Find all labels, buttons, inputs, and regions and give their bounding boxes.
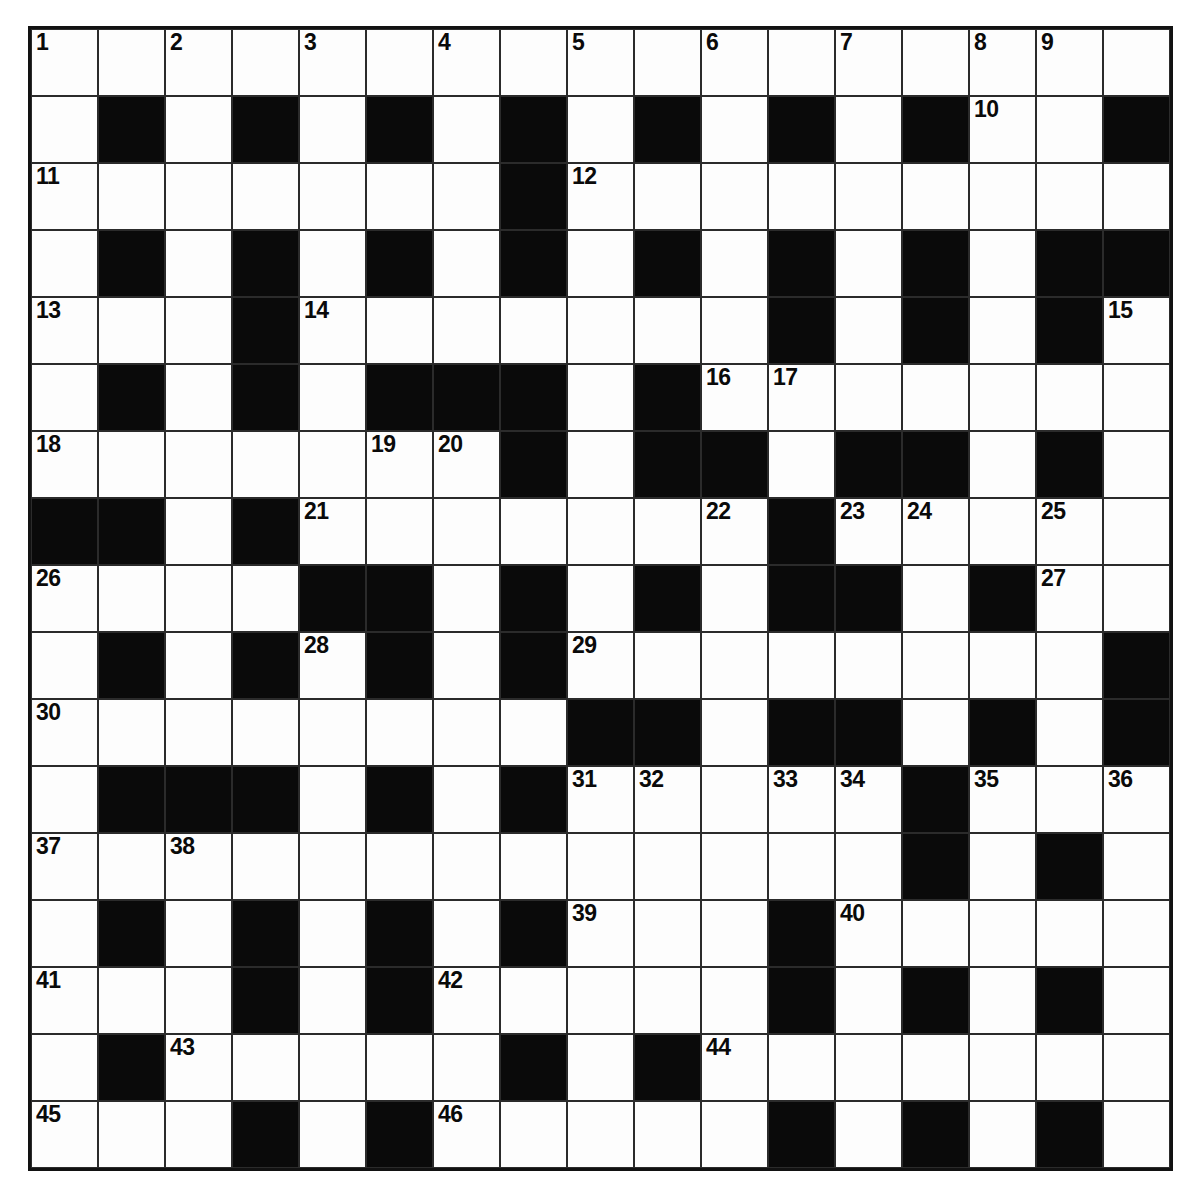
clue-number-10: 10 <box>974 97 999 122</box>
cell-r14c16[interactable] <box>1036 900 1103 967</box>
cell-r1c10[interactable] <box>634 29 701 96</box>
black-cell-r2c17 <box>1103 96 1170 163</box>
cell-r12c5[interactable] <box>299 766 366 833</box>
cell-r1c12[interactable] <box>768 29 835 96</box>
cell-r15c2[interactable] <box>98 967 165 1034</box>
cell-r1c16[interactable]: 9 <box>1036 29 1103 96</box>
black-cell-r10c2 <box>98 632 165 699</box>
black-cell-r13c14 <box>902 833 969 900</box>
cell-r1c1[interactable]: 1 <box>31 29 98 96</box>
cell-r8c6[interactable] <box>366 498 433 565</box>
cell-r5c15[interactable] <box>969 297 1036 364</box>
clue-number-38: 38 <box>170 834 195 859</box>
clue-number-7: 7 <box>840 30 852 55</box>
clue-number-43: 43 <box>170 1035 195 1060</box>
cell-r1c3[interactable]: 2 <box>165 29 232 96</box>
clue-number-2: 2 <box>170 30 182 55</box>
cell-r16c14[interactable] <box>902 1034 969 1101</box>
black-cell-r12c2 <box>98 766 165 833</box>
black-cell-r7c10 <box>634 431 701 498</box>
cell-r13c5[interactable] <box>299 833 366 900</box>
cell-r7c1[interactable]: 18 <box>31 431 98 498</box>
black-cell-r6c6 <box>366 364 433 431</box>
cell-r10c5[interactable]: 28 <box>299 632 366 699</box>
cell-r3c3[interactable] <box>165 163 232 230</box>
cell-r5c6[interactable] <box>366 297 433 364</box>
cell-r9c11[interactable] <box>701 565 768 632</box>
cell-r3c5[interactable] <box>299 163 366 230</box>
cell-r8c15[interactable] <box>969 498 1036 565</box>
cell-r10c14[interactable] <box>902 632 969 699</box>
cell-r3c14[interactable] <box>902 163 969 230</box>
clue-number-40: 40 <box>840 901 865 926</box>
cell-r11c14[interactable] <box>902 699 969 766</box>
cell-r8c8[interactable] <box>500 498 567 565</box>
cell-r8c3[interactable] <box>165 498 232 565</box>
cell-r1c7[interactable]: 4 <box>433 29 500 96</box>
black-cell-r2c14 <box>902 96 969 163</box>
clue-number-33: 33 <box>773 767 798 792</box>
cell-r16c13[interactable] <box>835 1034 902 1101</box>
cell-r11c6[interactable] <box>366 699 433 766</box>
cell-r2c15[interactable]: 10 <box>969 96 1036 163</box>
cell-r4c7[interactable] <box>433 230 500 297</box>
clue-number-34: 34 <box>840 767 865 792</box>
cell-r2c7[interactable] <box>433 96 500 163</box>
black-cell-r12c8 <box>500 766 567 833</box>
cell-r11c7[interactable] <box>433 699 500 766</box>
cell-r16c17[interactable] <box>1103 1034 1170 1101</box>
cell-r16c5[interactable] <box>299 1034 366 1101</box>
cell-r3c2[interactable] <box>98 163 165 230</box>
cell-r12c13[interactable]: 34 <box>835 766 902 833</box>
cell-r12c9[interactable]: 31 <box>567 766 634 833</box>
cell-r4c5[interactable] <box>299 230 366 297</box>
black-cell-r15c6 <box>366 967 433 1034</box>
cell-r7c5[interactable] <box>299 431 366 498</box>
clue-number-36: 36 <box>1108 767 1133 792</box>
cell-r17c3[interactable] <box>165 1101 232 1168</box>
clue-number-26: 26 <box>36 566 61 591</box>
clue-number-41: 41 <box>36 968 61 993</box>
black-cell-r10c8 <box>500 632 567 699</box>
clue-number-35: 35 <box>974 767 999 792</box>
cell-r11c16[interactable] <box>1036 699 1103 766</box>
clue-number-30: 30 <box>36 700 61 725</box>
cell-r7c12[interactable] <box>768 431 835 498</box>
clue-number-20: 20 <box>438 432 463 457</box>
cell-r6c15[interactable] <box>969 364 1036 431</box>
cell-r15c13[interactable] <box>835 967 902 1034</box>
black-cell-r11c10 <box>634 699 701 766</box>
cell-r5c1[interactable]: 13 <box>31 297 98 364</box>
cell-r16c15[interactable] <box>969 1034 1036 1101</box>
cell-r7c4[interactable] <box>232 431 299 498</box>
black-cell-r9c15 <box>969 565 1036 632</box>
black-cell-r17c4 <box>232 1101 299 1168</box>
cell-r3c17[interactable] <box>1103 163 1170 230</box>
cell-r10c1[interactable] <box>31 632 98 699</box>
cell-r4c13[interactable] <box>835 230 902 297</box>
black-cell-r9c5 <box>299 565 366 632</box>
cell-r14c9[interactable]: 39 <box>567 900 634 967</box>
black-cell-r14c4 <box>232 900 299 967</box>
cell-r13c13[interactable] <box>835 833 902 900</box>
clue-number-1: 1 <box>36 30 48 55</box>
cell-r6c12[interactable]: 17 <box>768 364 835 431</box>
cell-r17c10[interactable] <box>634 1101 701 1168</box>
black-cell-r14c8 <box>500 900 567 967</box>
clue-number-39: 39 <box>572 901 597 926</box>
cell-r13c8[interactable] <box>500 833 567 900</box>
cell-r14c10[interactable] <box>634 900 701 967</box>
cell-r5c3[interactable] <box>165 297 232 364</box>
crossword-board: 1234567891011121314151617181920212223242… <box>28 26 1173 1171</box>
cell-r17c1[interactable]: 45 <box>31 1101 98 1168</box>
cell-r9c1[interactable]: 26 <box>31 565 98 632</box>
cell-r14c14[interactable] <box>902 900 969 967</box>
cell-r9c17[interactable] <box>1103 565 1170 632</box>
cell-r1c14[interactable] <box>902 29 969 96</box>
cell-r14c3[interactable] <box>165 900 232 967</box>
clue-number-23: 23 <box>840 499 865 524</box>
cell-r12c12[interactable]: 33 <box>768 766 835 833</box>
cell-r12c7[interactable] <box>433 766 500 833</box>
cell-r10c15[interactable] <box>969 632 1036 699</box>
cell-r8c5[interactable]: 21 <box>299 498 366 565</box>
cell-r5c9[interactable] <box>567 297 634 364</box>
cell-r16c11[interactable]: 44 <box>701 1034 768 1101</box>
cell-r13c9[interactable] <box>567 833 634 900</box>
cell-r1c9[interactable]: 5 <box>567 29 634 96</box>
cell-r15c10[interactable] <box>634 967 701 1034</box>
cell-r4c1[interactable] <box>31 230 98 297</box>
cell-r12c15[interactable]: 35 <box>969 766 1036 833</box>
black-cell-r15c4 <box>232 967 299 1034</box>
cell-r11c1[interactable]: 30 <box>31 699 98 766</box>
cell-r16c12[interactable] <box>768 1034 835 1101</box>
cell-r17c13[interactable] <box>835 1101 902 1168</box>
black-cell-r17c12 <box>768 1101 835 1168</box>
cell-r15c17[interactable] <box>1103 967 1170 1034</box>
cell-r9c2[interactable] <box>98 565 165 632</box>
black-cell-r9c10 <box>634 565 701 632</box>
cell-r8c9[interactable] <box>567 498 634 565</box>
black-cell-r9c12 <box>768 565 835 632</box>
cell-r11c3[interactable] <box>165 699 232 766</box>
clue-number-25: 25 <box>1041 499 1066 524</box>
cell-r13c4[interactable] <box>232 833 299 900</box>
cell-r2c9[interactable] <box>567 96 634 163</box>
black-cell-r11c9 <box>567 699 634 766</box>
cell-r8c13[interactable]: 23 <box>835 498 902 565</box>
cell-r10c3[interactable] <box>165 632 232 699</box>
clue-number-27: 27 <box>1041 566 1066 591</box>
cell-r14c7[interactable] <box>433 900 500 967</box>
clue-number-42: 42 <box>438 968 463 993</box>
cell-r7c17[interactable] <box>1103 431 1170 498</box>
cell-r10c9[interactable]: 29 <box>567 632 634 699</box>
cell-r1c8[interactable] <box>500 29 567 96</box>
cell-r17c9[interactable] <box>567 1101 634 1168</box>
cell-r5c7[interactable] <box>433 297 500 364</box>
cell-r5c10[interactable] <box>634 297 701 364</box>
cell-r13c17[interactable] <box>1103 833 1170 900</box>
cell-r10c7[interactable] <box>433 632 500 699</box>
cell-r2c16[interactable] <box>1036 96 1103 163</box>
cell-r8c11[interactable]: 22 <box>701 498 768 565</box>
cell-r17c17[interactable] <box>1103 1101 1170 1168</box>
cell-r13c6[interactable] <box>366 833 433 900</box>
clue-number-11: 11 <box>36 164 59 189</box>
clue-number-15: 15 <box>1108 298 1133 323</box>
clue-number-44: 44 <box>706 1035 731 1060</box>
cell-r16c9[interactable] <box>567 1034 634 1101</box>
cell-r3c16[interactable] <box>1036 163 1103 230</box>
black-cell-r7c8 <box>500 431 567 498</box>
cell-r3c15[interactable] <box>969 163 1036 230</box>
cell-r14c13[interactable]: 40 <box>835 900 902 967</box>
cell-r3c6[interactable] <box>366 163 433 230</box>
cell-r16c7[interactable] <box>433 1034 500 1101</box>
cell-r17c2[interactable] <box>98 1101 165 1168</box>
cell-r13c1[interactable]: 37 <box>31 833 98 900</box>
black-cell-r15c12 <box>768 967 835 1034</box>
cell-r16c3[interactable]: 43 <box>165 1034 232 1101</box>
black-cell-r2c2 <box>98 96 165 163</box>
cell-r1c11[interactable]: 6 <box>701 29 768 96</box>
cell-r7c9[interactable] <box>567 431 634 498</box>
cell-r2c1[interactable] <box>31 96 98 163</box>
clue-number-3: 3 <box>304 30 316 55</box>
cell-r6c13[interactable] <box>835 364 902 431</box>
black-cell-r2c6 <box>366 96 433 163</box>
cell-r3c7[interactable] <box>433 163 500 230</box>
cell-r3c9[interactable]: 12 <box>567 163 634 230</box>
black-cell-r4c14 <box>902 230 969 297</box>
cell-r12c17[interactable]: 36 <box>1103 766 1170 833</box>
cell-r13c15[interactable] <box>969 833 1036 900</box>
black-cell-r6c10 <box>634 364 701 431</box>
cell-r16c4[interactable] <box>232 1034 299 1101</box>
cell-r13c12[interactable] <box>768 833 835 900</box>
cell-r14c1[interactable] <box>31 900 98 967</box>
black-cell-r7c11 <box>701 431 768 498</box>
clue-number-45: 45 <box>36 1102 61 1127</box>
clue-number-5: 5 <box>572 30 584 55</box>
black-cell-r17c6 <box>366 1101 433 1168</box>
clue-number-6: 6 <box>706 30 718 55</box>
black-cell-r12c14 <box>902 766 969 833</box>
cell-r9c7[interactable] <box>433 565 500 632</box>
black-cell-r2c12 <box>768 96 835 163</box>
cell-r8c17[interactable] <box>1103 498 1170 565</box>
cell-r1c6[interactable] <box>366 29 433 96</box>
cell-r17c7[interactable]: 46 <box>433 1101 500 1168</box>
cell-r2c13[interactable] <box>835 96 902 163</box>
cell-r11c4[interactable] <box>232 699 299 766</box>
cell-r13c10[interactable] <box>634 833 701 900</box>
black-cell-r4c16 <box>1036 230 1103 297</box>
cell-r5c11[interactable] <box>701 297 768 364</box>
black-cell-r7c16 <box>1036 431 1103 498</box>
cell-r8c10[interactable] <box>634 498 701 565</box>
cell-r15c3[interactable] <box>165 967 232 1034</box>
cell-r6c5[interactable] <box>299 364 366 431</box>
cell-r11c2[interactable] <box>98 699 165 766</box>
cell-r3c13[interactable] <box>835 163 902 230</box>
cell-r14c5[interactable] <box>299 900 366 967</box>
cell-r16c6[interactable] <box>366 1034 433 1101</box>
cell-r6c1[interactable] <box>31 364 98 431</box>
cell-r6c14[interactable] <box>902 364 969 431</box>
cell-r8c7[interactable] <box>433 498 500 565</box>
black-cell-r8c12 <box>768 498 835 565</box>
cell-r2c5[interactable] <box>299 96 366 163</box>
cell-r15c1[interactable]: 41 <box>31 967 98 1034</box>
cell-r4c15[interactable] <box>969 230 1036 297</box>
black-cell-r4c8 <box>500 230 567 297</box>
clue-number-31: 31 <box>572 767 597 792</box>
cell-r14c17[interactable] <box>1103 900 1170 967</box>
cell-r11c11[interactable] <box>701 699 768 766</box>
black-cell-r11c17 <box>1103 699 1170 766</box>
cell-r9c14[interactable] <box>902 565 969 632</box>
clue-number-22: 22 <box>706 499 731 524</box>
cell-r3c11[interactable] <box>701 163 768 230</box>
cell-r4c9[interactable] <box>567 230 634 297</box>
black-cell-r6c7 <box>433 364 500 431</box>
cell-r6c3[interactable] <box>165 364 232 431</box>
cell-r4c11[interactable] <box>701 230 768 297</box>
cell-r8c16[interactable]: 25 <box>1036 498 1103 565</box>
cell-r13c11[interactable] <box>701 833 768 900</box>
cell-r6c11[interactable]: 16 <box>701 364 768 431</box>
cell-r12c16[interactable] <box>1036 766 1103 833</box>
clue-number-46: 46 <box>438 1102 463 1127</box>
black-cell-r2c10 <box>634 96 701 163</box>
cell-r5c2[interactable] <box>98 297 165 364</box>
cell-r12c11[interactable] <box>701 766 768 833</box>
cell-r1c5[interactable]: 3 <box>299 29 366 96</box>
cell-r15c8[interactable] <box>500 967 567 1034</box>
cell-r10c10[interactable] <box>634 632 701 699</box>
cell-r7c7[interactable]: 20 <box>433 431 500 498</box>
cell-r6c16[interactable] <box>1036 364 1103 431</box>
cell-r17c8[interactable] <box>500 1101 567 1168</box>
cell-r3c12[interactable] <box>768 163 835 230</box>
clue-number-13: 13 <box>36 298 61 323</box>
cell-r1c17[interactable] <box>1103 29 1170 96</box>
cell-r9c16[interactable]: 27 <box>1036 565 1103 632</box>
cell-r7c3[interactable] <box>165 431 232 498</box>
clue-number-32: 32 <box>639 767 664 792</box>
cell-r16c16[interactable] <box>1036 1034 1103 1101</box>
black-cell-r17c14 <box>902 1101 969 1168</box>
cell-r9c3[interactable] <box>165 565 232 632</box>
cell-r5c17[interactable]: 15 <box>1103 297 1170 364</box>
cell-r1c2[interactable] <box>98 29 165 96</box>
cell-r15c5[interactable] <box>299 967 366 1034</box>
cell-r4c3[interactable] <box>165 230 232 297</box>
cell-r3c10[interactable] <box>634 163 701 230</box>
cell-r11c5[interactable] <box>299 699 366 766</box>
black-cell-r16c10 <box>634 1034 701 1101</box>
clue-number-28: 28 <box>304 633 329 658</box>
black-cell-r12c6 <box>366 766 433 833</box>
cell-r7c2[interactable] <box>98 431 165 498</box>
cell-r6c17[interactable] <box>1103 364 1170 431</box>
cell-r1c4[interactable] <box>232 29 299 96</box>
cell-r6c9[interactable] <box>567 364 634 431</box>
cell-r17c5[interactable] <box>299 1101 366 1168</box>
cell-r13c3[interactable]: 38 <box>165 833 232 900</box>
cell-r16c1[interactable] <box>31 1034 98 1101</box>
cell-r7c15[interactable] <box>969 431 1036 498</box>
cell-r2c11[interactable] <box>701 96 768 163</box>
cell-r9c9[interactable] <box>567 565 634 632</box>
clue-number-18: 18 <box>36 432 61 457</box>
cell-r5c13[interactable] <box>835 297 902 364</box>
cell-r3c4[interactable] <box>232 163 299 230</box>
black-cell-r4c17 <box>1103 230 1170 297</box>
black-cell-r4c4 <box>232 230 299 297</box>
cell-r3c1[interactable]: 11 <box>31 163 98 230</box>
black-cell-r4c12 <box>768 230 835 297</box>
black-cell-r15c16 <box>1036 967 1103 1034</box>
cell-r15c9[interactable] <box>567 967 634 1034</box>
cell-r2c3[interactable] <box>165 96 232 163</box>
black-cell-r10c6 <box>366 632 433 699</box>
black-cell-r15c14 <box>902 967 969 1034</box>
cell-r15c7[interactable]: 42 <box>433 967 500 1034</box>
clue-number-21: 21 <box>304 499 329 524</box>
cell-r1c13[interactable]: 7 <box>835 29 902 96</box>
clue-number-17: 17 <box>773 365 798 390</box>
black-cell-r13c16 <box>1036 833 1103 900</box>
black-cell-r6c8 <box>500 364 567 431</box>
cell-r13c2[interactable] <box>98 833 165 900</box>
cell-r9c4[interactable] <box>232 565 299 632</box>
cell-r17c15[interactable] <box>969 1101 1036 1168</box>
black-cell-r2c8 <box>500 96 567 163</box>
cell-r10c11[interactable] <box>701 632 768 699</box>
cell-r7c6[interactable]: 19 <box>366 431 433 498</box>
cell-r12c1[interactable] <box>31 766 98 833</box>
cell-r1c15[interactable]: 8 <box>969 29 1036 96</box>
cell-r10c13[interactable] <box>835 632 902 699</box>
clue-number-37: 37 <box>36 834 61 859</box>
cell-r11c8[interactable] <box>500 699 567 766</box>
cell-r10c12[interactable] <box>768 632 835 699</box>
cell-r13c7[interactable] <box>433 833 500 900</box>
cell-r12c10[interactable]: 32 <box>634 766 701 833</box>
black-cell-r11c13 <box>835 699 902 766</box>
cell-r15c11[interactable] <box>701 967 768 1034</box>
cell-r8c14[interactable]: 24 <box>902 498 969 565</box>
cell-r17c11[interactable] <box>701 1101 768 1168</box>
cell-r14c11[interactable] <box>701 900 768 967</box>
clue-number-24: 24 <box>907 499 932 524</box>
black-cell-r9c13 <box>835 565 902 632</box>
cell-r5c8[interactable] <box>500 297 567 364</box>
cell-r15c15[interactable] <box>969 967 1036 1034</box>
cell-r5c5[interactable]: 14 <box>299 297 366 364</box>
cell-r14c15[interactable] <box>969 900 1036 967</box>
clue-number-12: 12 <box>572 164 597 189</box>
cell-r10c16[interactable] <box>1036 632 1103 699</box>
black-cell-r8c1 <box>31 498 98 565</box>
